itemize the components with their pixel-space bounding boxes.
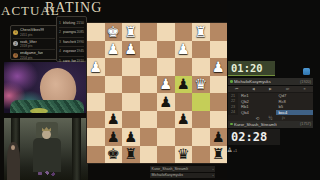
white-pawn: ♟ [89,60,102,75]
first-move-icon[interactable]: ⏮ [228,87,245,91]
square-h4[interactable] [87,76,105,94]
square-b1[interactable]: ♜ [192,23,210,41]
lamp-glow [30,108,48,113]
entry-name: endgame_fan [20,51,43,56]
square-e3[interactable] [140,58,158,76]
square-b7[interactable] [192,128,210,146]
king-head [42,130,51,139]
square-g3[interactable] [105,58,123,76]
board-label-text: MichailoKasymyuks [152,173,184,177]
white-rook: ♜ [124,25,137,40]
black-pawn: ♟ [177,112,190,127]
entry-sub: 2318 pts [20,44,37,48]
square-d4[interactable]: ♟ [157,76,175,94]
move-nav-bar: ⏮◀▶⏭≡ [228,86,313,93]
black-king: ♚ [107,147,120,162]
rating-name: zugzwang_ [63,49,76,53]
square-d6[interactable] [157,111,175,129]
board-label-bottom-player: Kuror_Shash_StreamIt ▪ [150,166,215,172]
rating-name: fianchetto [63,40,76,44]
white-move[interactable]: Qb4 [238,110,276,116]
square-d5[interactable]: ♟ [157,93,175,111]
black-move[interactable]: bxc4 [276,110,314,116]
square-e7[interactable] [140,128,158,146]
square-f6[interactable] [122,111,140,129]
black-pawn: ♟ [159,95,172,110]
square-e5[interactable] [140,93,158,111]
square-h5[interactable] [87,93,105,111]
rating-value: 2085 [76,30,84,34]
black-pawn: ♟ [177,77,190,92]
captured-pawn-icon: ♙ [227,147,232,153]
move-list: ⏮◀▶⏭≡ 21 Re1 Qd722 Qb2 Rc823 Rb1 b524 Qb… [228,86,313,122]
white-clock: 01:20 [228,61,275,76]
medal-icon: 2 [13,41,18,46]
chess-board[interactable]: ♚♜♜♟♟♟♟♟♟♟♛♟♟♟♟♟♟♚♜♛♜ [87,23,227,163]
square-d2[interactable] [157,41,175,59]
entry-name: ChessVibes99 [20,28,44,33]
square-d3[interactable] [157,58,175,76]
title-rating: RATING [45,0,102,16]
white-queen: ♛ [194,77,207,92]
square-a8[interactable]: ♜ [210,146,228,164]
menu-icon[interactable]: ≡ [296,87,313,91]
square-b8[interactable] [192,146,210,164]
white-king: ♚ [107,25,120,40]
square-g4[interactable] [105,76,123,94]
black-pawn: ♟ [124,130,137,145]
square-d8[interactable] [157,146,175,164]
black-rook: ♜ [124,147,137,162]
king-figure [33,138,61,172]
last-move-icon[interactable]: ⏭ [279,87,296,91]
square-f3[interactable] [122,58,140,76]
stream-screen: ACTUAL RATING 1 ChessVibes99 2451 pts2 r… [0,0,320,180]
rating-list-card: 1 blitzking 21502 pawngrab 20853 fianche… [56,16,87,62]
move-rows: 21 Re1 Qd722 Qb2 Rc823 Rb1 b524 Qb4 bxc4 [228,93,313,115]
square-e1[interactable] [140,23,158,41]
leaderboard-row: 1 ChessVibes99 2451 pts [13,27,55,39]
square-e4[interactable] [140,76,158,94]
square-b5[interactable] [192,93,210,111]
throne-artwork [4,118,88,180]
rating-value: 1945 [76,49,84,53]
white-pawn: ♟ [107,42,120,57]
square-f7[interactable]: ♟ [122,128,140,146]
streamer-webcam [4,62,87,113]
square-d1[interactable] [157,23,175,41]
square-b4[interactable]: ♛ [192,76,210,94]
square-a6[interactable] [210,111,228,129]
square-c5[interactable] [175,93,193,111]
online-dot-icon [230,123,233,126]
black-queen: ♛ [177,147,190,162]
square-g2[interactable]: ♟ [105,41,123,59]
square-h6[interactable] [87,111,105,129]
square-b6[interactable] [192,111,210,129]
square-h7[interactable] [87,128,105,146]
square-g5[interactable] [105,93,123,111]
square-f2[interactable]: ♟ [122,41,140,59]
square-f4[interactable] [122,76,140,94]
white-player-bar: MichailoKasymyuks (1920) [228,78,313,85]
white-rook: ♜ [194,25,207,40]
square-f1[interactable]: ♜ [122,23,140,41]
actual-leaderboard-card: 1 ChessVibes99 2451 pts2 rook_lifter 231… [10,25,58,60]
square-h1[interactable] [87,23,105,41]
black-player-rating: (1757) [300,122,311,126]
medal-icon: 1 [13,30,18,35]
flowers [34,170,58,177]
white-pawn: ♟ [159,77,172,92]
square-e8[interactable] [140,146,158,164]
square-c4[interactable]: ♟ [175,76,193,94]
square-a2[interactable] [210,41,228,59]
rating-name: pawngrab [63,30,76,34]
black-rook: ♜ [212,147,225,162]
square-b2[interactable] [192,41,210,59]
material-advantage-value: +1 [233,149,237,153]
square-c3[interactable] [175,58,193,76]
rating-value: 1990 [76,40,84,44]
square-a1[interactable] [210,23,228,41]
square-h8[interactable] [87,146,105,164]
square-c6[interactable]: ♟ [175,111,193,129]
white-pawn: ♟ [212,60,225,75]
white-pawn: ♟ [124,42,137,57]
square-h2[interactable] [87,41,105,59]
square-c2[interactable]: ♟ [175,41,193,59]
online-dot-icon [230,80,233,83]
square-a7[interactable]: ♟ [210,128,228,146]
square-a5[interactable] [210,93,228,111]
square-d7[interactable] [157,128,175,146]
leaderboard-row: 2 rook_lifter 2318 pts [13,39,55,51]
square-a3[interactable]: ♟ [210,58,228,76]
entry-sub: 2204 pts [20,56,43,60]
square-f8[interactable]: ♜ [122,146,140,164]
white-player-name[interactable]: MichailoKasymyuks [234,79,271,84]
square-g6[interactable]: ♟ [105,111,123,129]
square-e6[interactable] [140,111,158,129]
right-pillar [72,118,81,180]
black-pawn: ♟ [107,112,120,127]
white-player-rating: (1920) [300,80,311,84]
black-player-name[interactable]: Kuror_Shash_StreamIt [234,122,277,127]
square-g7[interactable]: ♟ [105,128,123,146]
label-badge-icon: ▪ [212,173,213,177]
square-g1[interactable]: ♚ [105,23,123,41]
medal-icon: 3 [13,53,18,58]
black-player-bar: Kuror_Shash_StreamIt (1757) [228,121,313,128]
black-pawn: ♟ [107,130,120,145]
square-e2[interactable] [140,41,158,59]
move-row: 24 Qb4 bxc4 [228,110,313,116]
black-clock: 02:28 [228,129,280,145]
next-move-icon[interactable]: ▶ [262,87,279,91]
square-f5[interactable] [122,93,140,111]
black-pawn: ♟ [212,130,225,145]
entry-sub: 2451 pts [20,33,44,37]
white-pawn: ♟ [177,42,190,57]
material-advantage: ♙ +1 [227,146,237,153]
square-c8[interactable]: ♛ [175,146,193,164]
prev-move-icon[interactable]: ◀ [245,87,262,91]
label-badge-icon: ▪ [212,167,213,171]
square-c1[interactable] [175,23,193,41]
rating-value: 2150 [76,21,84,25]
rating-row: 3 fianchetto 1990 [59,38,84,48]
board-label-top-player: MichailoKasymyuks ▪ [150,173,215,179]
rating-row: 4 zugzwang_ 1945 [59,47,84,57]
square-a4[interactable] [210,76,228,94]
leaderboard-row: 3 endgame_fan 2204 pts [13,50,55,61]
rating-name: blitzking [63,21,76,25]
square-b3[interactable] [192,58,210,76]
rating-row: 2 pawngrab 2085 [59,28,84,38]
square-g8[interactable]: ♚ [105,146,123,164]
square-c7[interactable] [175,128,193,146]
blue-square-icon[interactable] [303,68,310,75]
rating-row: 1 blitzking 2150 [59,19,84,29]
woman-face [11,145,15,150]
move-number: 24 [228,110,238,116]
board-label-text: Kuror_Shash_StreamIt [152,167,189,171]
square-h3[interactable]: ♟ [87,58,105,76]
